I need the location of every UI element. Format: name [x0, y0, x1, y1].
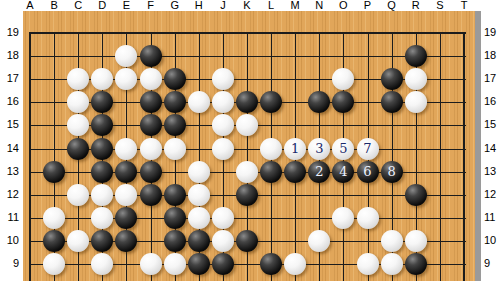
stone-black-G15[interactable] [164, 114, 186, 136]
stone-black-L13[interactable] [260, 161, 282, 183]
row-label-right-16: 16 [484, 95, 496, 108]
column-label-T: T [461, 0, 468, 12]
column-label-N: N [315, 0, 323, 12]
stone-white-G9[interactable] [164, 253, 186, 275]
go-app-screen: 13572468 ABCDEFGHJKLMNOPQRST191918181717… [0, 0, 500, 281]
stone-white-N14-move-3[interactable]: 3 [308, 138, 330, 160]
stone-white-Q9[interactable] [381, 253, 403, 275]
stone-black-P13-move-6[interactable]: 6 [357, 161, 379, 183]
stone-white-C16[interactable] [67, 91, 89, 113]
stone-black-E10[interactable] [115, 230, 137, 252]
stone-white-H16[interactable] [188, 91, 210, 113]
stone-white-O11[interactable] [332, 207, 354, 229]
stone-black-B10[interactable] [43, 230, 65, 252]
stone-black-L16[interactable] [260, 91, 282, 113]
stone-white-O14-move-5[interactable]: 5 [332, 138, 354, 160]
row-label-right-14: 14 [484, 142, 496, 155]
column-label-D: D [98, 0, 106, 12]
stone-white-C10[interactable] [67, 230, 89, 252]
stone-black-F13[interactable] [140, 161, 162, 183]
stone-white-C12[interactable] [67, 184, 89, 206]
stone-black-D10[interactable] [91, 230, 113, 252]
stone-white-K15[interactable] [236, 114, 258, 136]
stone-white-E17[interactable] [115, 68, 137, 90]
stone-black-F16[interactable] [140, 91, 162, 113]
row-label-left-9: 9 [0, 257, 19, 270]
row-label-right-11: 11 [484, 211, 495, 224]
row-label-right-19: 19 [484, 26, 496, 39]
row-label-left-13: 13 [0, 165, 19, 178]
row-label-right-17: 17 [484, 72, 496, 85]
stone-white-M9[interactable] [284, 253, 306, 275]
stone-black-H10[interactable] [188, 230, 210, 252]
stone-white-H11[interactable] [188, 207, 210, 229]
stone-black-E13[interactable] [115, 161, 137, 183]
stone-white-P11[interactable] [357, 207, 379, 229]
column-label-K: K [243, 0, 250, 12]
go-board[interactable]: 13572468 [23, 11, 475, 281]
column-label-H: H [195, 0, 203, 12]
row-label-left-14: 14 [0, 142, 19, 155]
stone-black-K16[interactable] [236, 91, 258, 113]
column-label-P: P [364, 0, 371, 12]
stone-black-Q17[interactable] [381, 68, 403, 90]
row-label-left-12: 12 [0, 188, 19, 201]
stone-white-D12[interactable] [91, 184, 113, 206]
stone-black-E11[interactable] [115, 207, 137, 229]
stone-black-R18[interactable] [405, 45, 427, 67]
row-label-left-11: 11 [0, 211, 19, 224]
grid-line-vertical [440, 33, 441, 281]
column-label-B: B [50, 0, 57, 12]
stone-black-F12[interactable] [140, 184, 162, 206]
stone-black-G17[interactable] [164, 68, 186, 90]
stone-white-F14[interactable] [140, 138, 162, 160]
stone-white-H12[interactable] [188, 184, 210, 206]
stone-black-F15[interactable] [140, 114, 162, 136]
stone-white-K13[interactable] [236, 161, 258, 183]
row-label-left-16: 16 [0, 95, 19, 108]
column-label-M: M [291, 0, 300, 12]
column-label-Q: Q [387, 0, 396, 12]
stone-black-O16[interactable] [332, 91, 354, 113]
stone-white-C15[interactable] [67, 114, 89, 136]
stone-black-L9[interactable] [260, 253, 282, 275]
stone-white-Q10[interactable] [381, 230, 403, 252]
row-label-left-10: 10 [0, 234, 19, 247]
board-edge-shadow [475, 11, 481, 281]
stone-white-D11[interactable] [91, 207, 113, 229]
stone-black-K10[interactable] [236, 230, 258, 252]
stone-white-H13[interactable] [188, 161, 210, 183]
stone-black-O13-move-4[interactable]: 4 [332, 161, 354, 183]
stone-white-R10[interactable] [405, 230, 427, 252]
stone-black-D13[interactable] [91, 161, 113, 183]
stone-black-D16[interactable] [91, 91, 113, 113]
column-label-G: G [170, 0, 179, 12]
grid-line-vertical [29, 33, 31, 281]
stone-black-Q13-move-8[interactable]: 8 [381, 161, 403, 183]
stone-black-N13-move-2[interactable]: 2 [308, 161, 330, 183]
stone-white-B11[interactable] [43, 207, 65, 229]
stone-black-K12[interactable] [236, 184, 258, 206]
column-label-S: S [436, 0, 443, 12]
stone-black-G16[interactable] [164, 91, 186, 113]
grid-line-horizontal [29, 56, 466, 57]
stone-white-P9[interactable] [357, 253, 379, 275]
stone-black-D15[interactable] [91, 114, 113, 136]
stone-white-J17[interactable] [212, 68, 234, 90]
stone-white-N10[interactable] [308, 230, 330, 252]
stone-black-H9[interactable] [188, 253, 210, 275]
column-label-L: L [268, 0, 274, 12]
stone-white-J10[interactable] [212, 230, 234, 252]
stone-black-G10[interactable] [164, 230, 186, 252]
stone-black-B13[interactable] [43, 161, 65, 183]
stone-white-J11[interactable] [212, 207, 234, 229]
stone-black-F18[interactable] [140, 45, 162, 67]
stone-white-P14-move-7[interactable]: 7 [357, 138, 379, 160]
stone-white-R17[interactable] [405, 68, 427, 90]
row-label-right-9: 9 [484, 257, 490, 270]
stone-black-N16[interactable] [308, 91, 330, 113]
column-label-C: C [74, 0, 82, 12]
column-label-A: A [26, 0, 33, 12]
row-label-right-12: 12 [484, 188, 496, 201]
column-label-O: O [339, 0, 348, 12]
stone-black-R9[interactable] [405, 253, 427, 275]
row-label-right-10: 10 [484, 234, 496, 247]
stone-white-F9[interactable] [140, 253, 162, 275]
stone-black-G12[interactable] [164, 184, 186, 206]
stone-black-M13[interactable] [284, 161, 306, 183]
row-label-left-19: 19 [0, 26, 19, 39]
row-label-right-13: 13 [484, 165, 496, 178]
stone-white-E12[interactable] [115, 184, 137, 206]
stone-white-J14[interactable] [212, 138, 234, 160]
stone-white-B9[interactable] [43, 253, 65, 275]
stone-white-J16[interactable] [212, 91, 234, 113]
stone-white-O17[interactable] [332, 68, 354, 90]
grid-line-horizontal [29, 32, 466, 34]
stone-black-D14[interactable] [91, 138, 113, 160]
row-label-left-17: 17 [0, 72, 19, 85]
stone-black-G11[interactable] [164, 207, 186, 229]
stone-black-J9[interactable] [212, 253, 234, 275]
stone-white-R16[interactable] [405, 91, 427, 113]
row-label-right-18: 18 [484, 49, 496, 62]
column-label-F: F [147, 0, 154, 12]
row-label-right-15: 15 [484, 118, 496, 131]
stone-black-R12[interactable] [405, 184, 427, 206]
stone-black-Q16[interactable] [381, 91, 403, 113]
stone-white-M14-move-1[interactable]: 1 [284, 138, 306, 160]
stone-black-C14[interactable] [67, 138, 89, 160]
stone-white-C17[interactable] [67, 68, 89, 90]
stone-white-F17[interactable] [140, 68, 162, 90]
stone-white-L14[interactable] [260, 138, 282, 160]
stone-white-D17[interactable] [91, 68, 113, 90]
row-label-left-15: 15 [0, 118, 19, 131]
grid-line-vertical [463, 33, 465, 281]
stone-white-E18[interactable] [115, 45, 137, 67]
stone-white-E14[interactable] [115, 138, 137, 160]
column-label-E: E [123, 0, 130, 12]
stone-white-J15[interactable] [212, 114, 234, 136]
column-label-R: R [412, 0, 420, 12]
stone-white-D9[interactable] [91, 253, 113, 275]
stone-white-G14[interactable] [164, 138, 186, 160]
column-label-J: J [220, 0, 226, 12]
row-label-left-18: 18 [0, 49, 19, 62]
